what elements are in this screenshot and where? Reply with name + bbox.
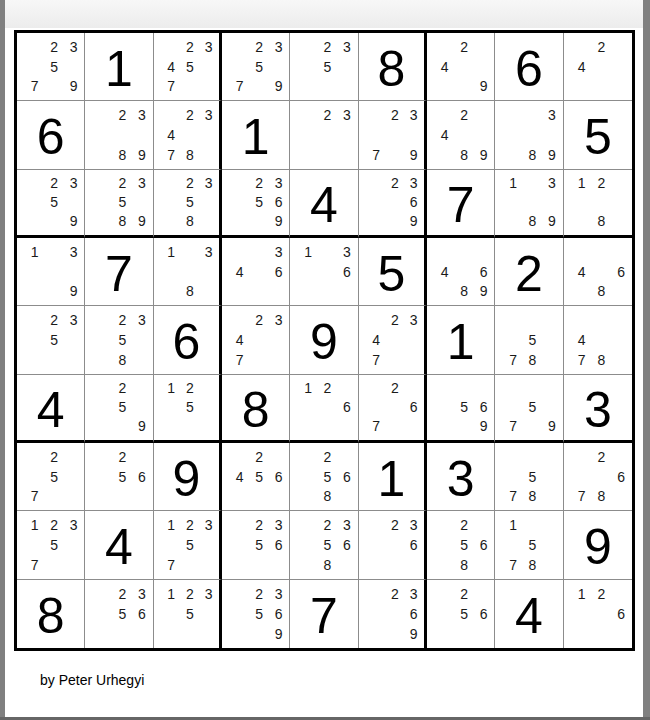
candidate-digit: 5 [454,535,473,555]
candidate-digit: 4 [162,125,181,145]
given-digit: 3 [564,375,632,440]
candidate-digit: 4 [572,57,592,77]
candidate-grid: 578 [495,306,562,373]
candidate-digit: 3 [132,105,151,125]
candidate-digit: 9 [64,77,83,97]
cell-r3c7[interactable]: 7 [427,170,495,238]
cell-r5c2[interactable]: 2358 [85,306,153,374]
cell-r5c3[interactable]: 6 [154,306,222,374]
cell-r6c2[interactable]: 259 [85,375,153,443]
candidate-grid: 12357 [17,511,84,578]
candidate-digit: 9 [132,212,151,231]
candidate-digit: 9 [542,145,561,165]
cell-r4c5[interactable]: 136 [290,238,358,306]
candidate-digit: 2 [591,174,611,193]
candidate-digit: 2 [591,37,611,57]
cell-r4c2[interactable]: 7 [85,238,153,306]
candidate-grid: 236 [359,511,424,578]
cell-r8c5[interactable]: 23568 [290,511,358,579]
cell-r9c7[interactable]: 256 [427,580,495,648]
candidate-grid: 256 [85,443,152,510]
given-digit: 4 [290,170,357,235]
candidate-digit: 5 [113,330,132,350]
cell-r8c1[interactable]: 12357 [17,511,85,579]
cell-r2c5[interactable]: 23 [290,101,358,169]
cell-r3c3[interactable]: 2358 [154,170,222,238]
candidate-digit: 7 [572,487,592,507]
candidate-digit: 1 [503,174,522,193]
given-digit: 6 [495,33,562,100]
candidate-digit: 3 [199,584,218,604]
cell-r6c6[interactable]: 267 [359,375,427,443]
candidate-digit: 8 [180,145,199,165]
cell-r4c6[interactable]: 5 [359,238,427,306]
candidate-grid: 257 [17,443,84,510]
cell-r9c3[interactable]: 1235 [154,580,222,648]
given-digit: 4 [17,375,84,440]
candidate-grid: 1389 [495,170,562,235]
given-digit: 7 [290,580,357,648]
candidate-digit: 4 [230,262,249,282]
candidate-digit: 5 [180,535,199,555]
candidate-digit: 2 [113,447,132,467]
candidate-digit: 7 [503,487,522,507]
candidate-digit: 8 [591,282,611,302]
candidate-digit: 2 [44,174,63,193]
candidate-digit: 3 [132,584,151,604]
given-digit: 6 [154,306,219,373]
candidate-digit: 8 [113,350,132,370]
cell-r5c9[interactable]: 478 [564,306,632,374]
cell-r7c9[interactable]: 2678 [564,443,632,511]
given-digit: 8 [222,375,289,440]
candidate-digit: 5 [180,193,199,212]
candidate-digit: 6 [474,262,493,282]
candidate-digit: 3 [337,515,356,535]
cell-r9c9[interactable]: 126 [564,580,632,648]
candidate-digit: 1 [162,515,181,535]
cell-r7c4[interactable]: 2456 [222,443,290,511]
candidate-grid: 12357 [154,511,219,578]
candidate-digit: 8 [113,212,132,231]
cell-r1c9[interactable]: 24 [564,33,632,101]
candidate-digit: 2 [113,310,132,330]
candidate-digit: 2 [249,515,268,535]
cell-r7c2[interactable]: 256 [85,443,153,511]
candidate-digit: 8 [591,487,611,507]
candidate-grid: 23568 [290,511,357,578]
candidate-digit: 2 [385,310,404,330]
cell-r5c5[interactable]: 9 [290,306,358,374]
candidate-grid: 128 [564,170,632,235]
candidate-digit: 1 [25,242,44,262]
candidate-grid: 126 [290,375,357,440]
candidate-digit: 3 [199,242,218,262]
candidate-digit: 9 [404,212,423,231]
candidate-grid: 23579 [17,33,84,100]
cell-r2c3[interactable]: 23478 [154,101,222,169]
candidate-grid: 579 [495,375,562,440]
candidate-digit: 7 [503,555,522,575]
cell-r2c1[interactable]: 6 [17,101,85,169]
cell-r1c1[interactable]: 23579 [17,33,85,101]
candidate-digit: 1 [572,584,592,604]
cell-r4c9[interactable]: 468 [564,238,632,306]
candidate-digit: 2 [44,37,63,57]
candidate-grid: 235 [17,306,84,373]
candidate-digit: 2 [385,584,404,604]
cell-r9c5[interactable]: 7 [290,580,358,648]
candidate-digit: 5 [44,467,63,487]
candidate-digit: 5 [523,398,542,417]
candidate-digit: 9 [64,212,83,231]
candidate-digit: 7 [25,555,44,575]
candidate-digit: 3 [404,174,423,193]
candidate-grid: 2568 [290,443,357,510]
candidate-digit: 5 [44,193,63,212]
candidate-digit: 5 [180,398,199,417]
candidate-digit: 7 [503,417,522,436]
cell-r2c4[interactable]: 1 [222,101,290,169]
cell-r1c6[interactable]: 8 [359,33,427,101]
candidate-grid: 136 [290,238,357,305]
candidate-digit: 8 [318,555,337,575]
candidate-grid: 4689 [427,238,494,305]
cell-r1c4[interactable]: 23579 [222,33,290,101]
candidate-grid: 267 [359,375,424,440]
given-digit: 3 [427,443,494,510]
given-digit: 7 [427,170,494,235]
candidate-digit: 9 [404,145,423,165]
given-digit: 5 [564,101,632,168]
cell-r4c3[interactable]: 138 [154,238,222,306]
cell-r5c4[interactable]: 2347 [222,306,290,374]
candidate-digit: 2 [385,515,404,535]
candidate-digit: 2 [249,447,268,467]
candidate-digit: 5 [44,535,63,555]
cell-r5c1[interactable]: 235 [17,306,85,374]
cell-r3c1[interactable]: 2359 [17,170,85,238]
candidate-digit: 6 [474,535,493,555]
candidate-digit: 8 [523,555,542,575]
candidate-digit: 2 [318,105,337,125]
candidate-digit: 1 [162,584,181,604]
candidate-digit: 2 [454,37,473,57]
candidate-digit: 3 [542,105,561,125]
candidate-digit: 4 [572,262,592,282]
candidate-grid: 468 [564,238,632,305]
cell-r7c5[interactable]: 2568 [290,443,358,511]
candidate-digit: 2 [318,447,337,467]
candidate-digit: 5 [523,330,542,350]
candidate-grid: 2456 [222,443,289,510]
candidate-grid: 2389 [85,101,152,168]
candidate-grid: 235 [290,33,357,100]
candidate-grid: 2369 [359,170,424,235]
cell-r9c2[interactable]: 2356 [85,580,153,648]
candidate-digit: 4 [435,262,454,282]
candidate-digit: 5 [318,535,337,555]
candidate-digit: 3 [337,105,356,125]
candidate-digit: 6 [337,262,356,282]
cell-r2c7[interactable]: 2489 [427,101,495,169]
cell-r1c8[interactable]: 6 [495,33,563,101]
candidate-digit: 6 [132,467,151,487]
candidate-digit: 1 [162,242,181,262]
candidate-grid: 2356 [222,511,289,578]
candidate-digit: 8 [523,487,542,507]
candidate-digit: 6 [611,604,631,624]
cell-r6c9[interactable]: 3 [564,375,632,443]
candidate-digit: 2 [591,447,611,467]
cell-r8c7[interactable]: 2568 [427,511,495,579]
candidate-digit: 3 [199,515,218,535]
candidate-digit: 4 [230,467,249,487]
candidate-grid: 569 [427,375,494,440]
given-digit: 4 [495,580,562,648]
cell-r4c4[interactable]: 346 [222,238,290,306]
candidate-digit: 5 [180,57,199,77]
given-digit: 8 [359,33,424,100]
cell-r8c2[interactable]: 4 [85,511,153,579]
candidate-grid: 2347 [359,306,424,373]
candidate-digit: 6 [611,262,631,282]
cell-r6c5[interactable]: 126 [290,375,358,443]
candidate-digit: 5 [454,398,473,417]
candidate-digit: 5 [454,604,473,624]
cell-r3c6[interactable]: 2369 [359,170,427,238]
candidate-digit: 9 [132,145,151,165]
cell-r7c8[interactable]: 578 [495,443,563,511]
cell-r7c3[interactable]: 9 [154,443,222,511]
cell-r6c4[interactable]: 8 [222,375,290,443]
candidate-grid: 2369 [359,580,424,648]
candidate-grid: 1235 [154,580,219,648]
page-top-band [0,0,650,28]
candidate-digit: 2 [591,584,611,604]
candidate-digit: 8 [591,212,611,231]
cell-r9c4[interactable]: 23569 [222,580,290,648]
cell-r6c3[interactable]: 125 [154,375,222,443]
candidate-grid: 2678 [564,443,632,510]
cell-r2c6[interactable]: 2379 [359,101,427,169]
candidate-digit: 5 [249,535,268,555]
candidate-digit: 3 [269,584,288,604]
candidate-digit: 4 [435,57,454,77]
candidate-digit: 3 [337,242,356,262]
candidate-grid: 578 [495,443,562,510]
page-left-border [0,0,5,720]
candidate-digit: 5 [523,535,542,555]
candidate-grid: 24 [564,33,632,100]
candidate-digit: 5 [180,604,199,624]
candidate-digit: 8 [180,212,199,231]
cell-r8c8[interactable]: 1578 [495,511,563,579]
candidate-digit: 2 [180,515,199,535]
cell-r6c7[interactable]: 569 [427,375,495,443]
candidate-grid: 139 [17,238,84,305]
cell-r5c6[interactable]: 2347 [359,306,427,374]
candidate-digit: 6 [404,535,423,555]
cell-r7c6[interactable]: 1 [359,443,427,511]
candidate-digit: 2 [318,515,337,535]
candidate-digit: 3 [199,105,218,125]
candidate-digit: 5 [318,467,337,487]
candidate-digit: 9 [474,417,493,436]
candidate-digit: 4 [367,330,386,350]
cell-r8c3[interactable]: 12357 [154,511,222,579]
candidate-digit: 7 [367,350,386,370]
candidate-digit: 2 [180,379,199,398]
page-right-border [643,0,650,720]
candidate-grid: 23569 [222,170,289,235]
candidate-digit: 8 [454,555,473,575]
candidate-digit: 7 [162,555,181,575]
candidate-grid: 2358 [85,306,152,373]
candidate-digit: 2 [180,174,199,193]
candidate-digit: 8 [523,212,542,231]
candidate-grid: 259 [85,375,152,440]
candidate-digit: 8 [523,350,542,370]
candidate-digit: 3 [199,174,218,193]
cell-r4c7[interactable]: 4689 [427,238,495,306]
cell-r7c1[interactable]: 257 [17,443,85,511]
candidate-digit: 2 [249,37,268,57]
candidate-digit: 2 [113,105,132,125]
candidate-grid: 23569 [222,580,289,648]
candidate-digit: 6 [474,604,493,624]
candidate-digit: 6 [404,193,423,212]
candidate-digit: 2 [180,37,199,57]
candidate-digit: 3 [64,174,83,193]
cell-r2c8[interactable]: 389 [495,101,563,169]
cell-r8c9[interactable]: 9 [564,511,632,579]
candidate-digit: 2 [180,105,199,125]
candidate-digit: 6 [269,535,288,555]
candidate-digit: 9 [474,282,493,302]
candidate-digit: 7 [230,77,249,97]
given-digit: 9 [564,511,632,578]
candidate-digit: 6 [269,604,288,624]
candidate-digit: 3 [404,515,423,535]
cell-r8c4[interactable]: 2356 [222,511,290,579]
cell-r4c1[interactable]: 139 [17,238,85,306]
candidate-digit: 3 [132,174,151,193]
candidate-digit: 5 [523,467,542,487]
cell-r5c8[interactable]: 578 [495,306,563,374]
candidate-digit: 5 [249,467,268,487]
cell-r9c1[interactable]: 8 [17,580,85,648]
cell-r8c6[interactable]: 236 [359,511,427,579]
candidate-grid: 256 [427,580,494,648]
candidate-grid: 249 [427,33,494,100]
candidate-digit: 6 [474,398,493,417]
candidate-digit: 7 [503,350,522,370]
given-digit: 7 [85,238,152,305]
candidate-digit: 3 [132,310,151,330]
cell-r2c9[interactable]: 5 [564,101,632,169]
candidate-digit: 4 [230,330,249,350]
given-digit: 9 [154,443,219,510]
candidate-digit: 4 [162,57,181,77]
candidate-grid: 23589 [85,170,152,235]
candidate-grid: 23457 [154,33,219,100]
candidate-digit: 9 [269,212,288,231]
candidate-digit: 2 [113,174,132,193]
candidate-digit: 8 [180,282,199,302]
candidate-digit: 3 [404,310,423,330]
candidate-digit: 3 [337,37,356,57]
author-credit: by Peter Urhegyi [40,672,144,688]
candidate-digit: 6 [269,193,288,212]
cell-r4c8[interactable]: 2 [495,238,563,306]
candidate-grid: 2358 [154,170,219,235]
candidate-digit: 8 [523,145,542,165]
cell-r7c7[interactable]: 3 [427,443,495,511]
candidate-digit: 7 [230,350,249,370]
given-digit: 6 [17,101,84,168]
given-digit: 1 [222,101,289,168]
candidate-grid: 126 [564,580,632,648]
candidate-digit: 5 [318,57,337,77]
cell-r3c4[interactable]: 23569 [222,170,290,238]
candidate-digit: 6 [337,398,356,417]
candidate-grid: 2379 [359,101,424,168]
cell-r6c1[interactable]: 4 [17,375,85,443]
given-digit: 8 [17,580,84,648]
candidate-digit: 2 [454,584,473,604]
cell-r1c3[interactable]: 23457 [154,33,222,101]
candidate-digit: 2 [454,515,473,535]
candidate-digit: 3 [542,174,561,193]
cell-r3c5[interactable]: 4 [290,170,358,238]
candidate-digit: 1 [162,379,181,398]
candidate-grid: 138 [154,238,219,305]
given-digit: 2 [495,238,562,305]
candidate-digit: 9 [64,282,83,302]
candidate-digit: 8 [454,282,473,302]
candidate-digit: 9 [474,77,493,97]
cell-r6c8[interactable]: 579 [495,375,563,443]
candidate-grid: 389 [495,101,562,168]
cell-r2c2[interactable]: 2389 [85,101,153,169]
candidate-digit: 3 [404,105,423,125]
cell-r1c7[interactable]: 249 [427,33,495,101]
candidate-grid: 125 [154,375,219,440]
candidate-digit: 3 [64,37,83,57]
cell-r9c8[interactable]: 4 [495,580,563,648]
given-digit: 1 [359,443,424,510]
cell-r3c9[interactable]: 128 [564,170,632,238]
candidate-digit: 2 [454,105,473,125]
candidate-digit: 2 [385,105,404,125]
cell-r9c6[interactable]: 2369 [359,580,427,648]
candidate-digit: 6 [611,467,631,487]
cell-r3c2[interactable]: 23589 [85,170,153,238]
cell-r5c7[interactable]: 1 [427,306,495,374]
candidate-digit: 8 [591,350,611,370]
candidate-digit: 3 [64,310,83,330]
candidate-grid: 2489 [427,101,494,168]
candidate-digit: 7 [162,77,181,97]
cell-r3c8[interactable]: 1389 [495,170,563,238]
candidate-digit: 6 [132,604,151,624]
candidate-digit: 3 [269,37,288,57]
cell-r1c2[interactable]: 1 [85,33,153,101]
cell-r1c5[interactable]: 235 [290,33,358,101]
candidate-grid: 2356 [85,580,152,648]
candidate-digit: 5 [113,398,132,417]
